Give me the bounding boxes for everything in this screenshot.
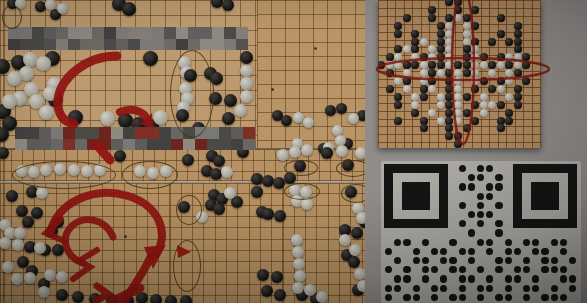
qr-module (477, 202, 484, 209)
white-stone (497, 61, 505, 69)
qr-module (551, 257, 558, 264)
white-stone (7, 71, 22, 86)
white-stone (420, 61, 428, 69)
black-stone (471, 22, 479, 30)
qr-module (523, 257, 530, 264)
black-stone (251, 186, 263, 198)
black-stone (386, 69, 394, 77)
black-stone (463, 53, 471, 61)
white-stone (437, 117, 445, 125)
qr-module (486, 211, 493, 218)
pen-ellipse (122, 161, 178, 189)
black-stone (514, 38, 522, 46)
qr-module (394, 285, 401, 292)
black-stone (454, 140, 462, 148)
white-stone (357, 280, 365, 292)
qr-module (569, 285, 576, 292)
white-stone (2, 94, 17, 109)
qr-module (551, 266, 558, 273)
white-stone (356, 212, 365, 224)
black-stone (420, 117, 428, 125)
qr-module (459, 285, 466, 292)
white-stone (420, 38, 428, 46)
black-stone (471, 101, 479, 109)
qr-module (495, 266, 502, 273)
qr-module (569, 275, 576, 282)
go-review-collage-screenshot (0, 0, 587, 303)
qr-module (532, 275, 539, 282)
qr-module (413, 285, 420, 292)
white-stone (14, 227, 26, 239)
black-stone (257, 269, 269, 281)
white-stone (294, 270, 306, 282)
qr-module (541, 248, 548, 255)
qr-module (477, 211, 484, 218)
white-stone (39, 105, 54, 120)
black-stone (514, 69, 522, 77)
black-stone (463, 124, 471, 132)
black-stone (505, 109, 513, 117)
qr-module (459, 165, 466, 172)
qr-module (486, 239, 493, 246)
black-stone (114, 150, 126, 162)
pen-ellipse (336, 160, 365, 177)
qr-module (431, 266, 438, 273)
black-stone (437, 61, 445, 69)
qr-module (541, 294, 548, 301)
black-stone (437, 38, 445, 46)
white-stone (224, 187, 236, 199)
qr-finder-pattern (513, 164, 577, 228)
black-stone (411, 30, 419, 38)
qr-module (486, 285, 493, 292)
white-stone (293, 112, 304, 123)
black-stone (6, 190, 18, 202)
black-stone (262, 208, 274, 220)
qr-module (495, 257, 502, 264)
black-stone (150, 294, 162, 303)
white-stone (43, 86, 58, 101)
white-stone (454, 14, 462, 22)
white-stone (291, 234, 303, 246)
white-stone (316, 291, 328, 303)
black-stone (213, 203, 225, 215)
black-stone (437, 30, 445, 38)
white-stone (332, 125, 343, 136)
black-stone (394, 101, 402, 109)
black-stone (403, 77, 411, 85)
white-stone (34, 242, 46, 254)
qr-module (459, 183, 466, 190)
qr-module (422, 266, 429, 273)
qr-module (551, 239, 558, 246)
black-stone (480, 53, 488, 61)
black-stone (505, 38, 513, 46)
black-stone (514, 101, 522, 109)
black-stone (514, 22, 522, 30)
qr-module (385, 248, 392, 255)
qr-module (422, 257, 429, 264)
black-stone (445, 117, 453, 125)
pen-ellipse (2, 5, 22, 29)
qr-module (505, 285, 512, 292)
black-stone (463, 93, 471, 101)
qr-module (523, 285, 530, 292)
black-stone (394, 117, 402, 125)
qr-module (505, 248, 512, 255)
qr-module (413, 257, 420, 264)
black-stone (325, 105, 336, 116)
black-stone (394, 93, 402, 101)
white-stone (454, 101, 462, 109)
black-stone (89, 293, 101, 303)
pen-ellipse (170, 50, 214, 138)
white-stone (445, 30, 453, 38)
black-stone (261, 285, 273, 297)
white-stone (354, 268, 365, 280)
black-stone (348, 256, 360, 268)
white-stone (355, 147, 365, 159)
black-stone (445, 109, 453, 117)
qr-module (560, 275, 567, 282)
white-stone (463, 30, 471, 38)
qr-module (551, 294, 558, 301)
black-stone (411, 109, 419, 117)
star-point (124, 235, 127, 238)
black-stone (497, 77, 505, 85)
qr-module (560, 266, 567, 273)
white-stone (514, 61, 522, 69)
qr-module (468, 248, 475, 255)
qr-module (495, 294, 502, 301)
white-stone (289, 146, 301, 158)
pen-ellipse (176, 195, 202, 225)
black-stone (22, 216, 34, 228)
qr-module (541, 257, 548, 264)
qr-module (422, 239, 429, 246)
white-stone (454, 93, 462, 101)
black-stone (463, 14, 471, 22)
black-stone (180, 295, 192, 303)
pen-ellipse (284, 183, 320, 200)
qr-module (394, 257, 401, 264)
black-stone (274, 289, 286, 301)
qr-module (449, 294, 456, 301)
qr-module (560, 248, 567, 255)
pen-ellipse (173, 240, 201, 292)
black-stone (463, 109, 471, 117)
black-stone (72, 291, 84, 303)
white-stone (240, 77, 253, 90)
qr-module (431, 294, 438, 301)
qr-module (403, 266, 410, 273)
black-stone (394, 30, 402, 38)
qr-module (560, 239, 567, 246)
white-stone (454, 117, 462, 125)
black-stone (471, 117, 479, 125)
white-stone (403, 85, 411, 93)
qr-module (569, 257, 576, 264)
black-stone (56, 289, 68, 301)
qr-module (477, 285, 484, 292)
black-stone (437, 22, 445, 30)
white-stone (428, 109, 436, 117)
white-stone (293, 258, 305, 270)
qr-module (440, 248, 447, 255)
black-stone (122, 295, 134, 303)
black-stone (274, 210, 286, 222)
qr-module (403, 294, 410, 301)
black-stone (514, 85, 522, 93)
qr-module (541, 266, 548, 273)
black-stone (488, 85, 496, 93)
black-stone (454, 6, 462, 14)
qr-module (523, 239, 530, 246)
qr-module (486, 165, 493, 172)
qr-module (468, 257, 475, 264)
qr-module (514, 248, 521, 255)
qr-module (486, 248, 493, 255)
qr-module (449, 257, 456, 264)
white-stone (45, 0, 56, 10)
white-stone (44, 269, 56, 281)
white-stone (411, 101, 419, 109)
main-go-board-collage (0, 0, 365, 303)
black-stone (0, 127, 9, 142)
white-stone (454, 77, 462, 85)
white-stone (2, 261, 14, 273)
qr-module (523, 266, 530, 273)
qr-module (505, 294, 512, 301)
qr-module (505, 275, 512, 282)
white-stone (301, 144, 313, 156)
white-stone (454, 109, 462, 117)
black-stone (463, 45, 471, 53)
pen-ellipse (284, 160, 318, 176)
white-stone (221, 166, 233, 178)
qr-module (477, 294, 484, 301)
black-stone (403, 14, 411, 22)
censor-mosaic-bar (15, 127, 263, 150)
qr-module (468, 211, 475, 218)
qr-module (431, 248, 438, 255)
white-stone (348, 113, 359, 124)
qr-module (495, 202, 502, 209)
qr-module (495, 183, 502, 190)
qr-code (381, 161, 581, 303)
black-stone (321, 147, 333, 159)
qr-finder-pattern (384, 164, 448, 228)
black-stone (497, 53, 505, 61)
qr-module (477, 193, 484, 200)
white-stone (497, 85, 505, 93)
black-stone (420, 93, 428, 101)
reference-go-board-19x19 (378, 0, 541, 148)
white-stone (454, 85, 462, 93)
qr-module (532, 285, 539, 292)
black-stone (136, 292, 148, 303)
qr-module (459, 202, 466, 209)
black-stone (240, 51, 253, 64)
qr-module (459, 220, 466, 227)
qr-module (505, 239, 512, 246)
qr-module (403, 275, 410, 282)
white-stone (403, 69, 411, 77)
qr-module (440, 257, 447, 264)
qr-module (431, 285, 438, 292)
black-stone (471, 6, 479, 14)
qr-module (459, 294, 466, 301)
black-stone (403, 61, 411, 69)
black-stone (165, 295, 177, 303)
qr-module (477, 220, 484, 227)
black-stone (505, 117, 513, 125)
qr-module (523, 294, 530, 301)
white-stone (454, 69, 462, 77)
white-stone (480, 61, 488, 69)
black-stone (386, 85, 394, 93)
white-stone (277, 149, 289, 161)
white-stone (153, 110, 168, 125)
white-stone (339, 234, 351, 246)
qr-module (468, 174, 475, 181)
qr-module (440, 275, 447, 282)
black-stone (271, 271, 283, 283)
black-stone (394, 22, 402, 30)
white-stone (292, 282, 304, 294)
qr-module (459, 275, 466, 282)
qr-module (468, 183, 475, 190)
white-stone (480, 93, 488, 101)
black-stone (514, 93, 522, 101)
black-stone (281, 115, 292, 126)
white-stone (234, 104, 247, 117)
white-stone (420, 77, 428, 85)
white-stone (480, 101, 488, 109)
qr-module (505, 257, 512, 264)
qr-module (486, 183, 493, 190)
black-stone (52, 244, 64, 256)
white-stone (471, 77, 479, 85)
censor-mosaic-bar (8, 27, 258, 50)
qr-module (468, 275, 475, 282)
black-stone (222, 112, 235, 125)
white-stone (488, 101, 496, 109)
qr-module (459, 266, 466, 273)
star-point (271, 88, 274, 91)
black-stone (35, 1, 46, 12)
black-stone (497, 14, 505, 22)
qr-module (477, 239, 484, 246)
white-stone (57, 3, 68, 14)
white-stone (386, 61, 394, 69)
white-stone (445, 38, 453, 46)
black-stone (68, 110, 83, 125)
black-stone (411, 38, 419, 46)
qr-module (449, 239, 456, 246)
black-stone (471, 38, 479, 46)
qr-module (532, 239, 539, 246)
black-stone (122, 2, 136, 16)
qr-module (394, 239, 401, 246)
qr-module (532, 248, 539, 255)
star-point (314, 47, 317, 50)
qr-module (385, 266, 392, 273)
white-stone (11, 273, 23, 285)
white-stone (304, 284, 316, 296)
black-stone (386, 53, 394, 61)
qr-module (422, 275, 429, 282)
black-stone (351, 227, 363, 239)
black-stone (514, 30, 522, 38)
white-stone (335, 135, 346, 146)
qr-module (449, 266, 456, 273)
qr-module (514, 266, 521, 273)
white-stone (411, 93, 419, 101)
white-stone (463, 38, 471, 46)
black-stone (463, 69, 471, 77)
black-stone (463, 61, 471, 69)
black-stone (0, 59, 10, 74)
qr-module (468, 229, 475, 236)
black-stone (480, 77, 488, 85)
white-stone (24, 272, 36, 284)
qr-module (403, 239, 410, 246)
qr-module (394, 275, 401, 282)
qr-module (413, 248, 420, 255)
black-stone (497, 117, 505, 125)
qr-module (477, 165, 484, 172)
white-stone (303, 117, 314, 128)
white-stone (240, 64, 253, 77)
qr-module (486, 193, 493, 200)
white-stone (38, 286, 50, 298)
black-stone (471, 85, 479, 93)
qr-module (477, 266, 484, 273)
black-stone (497, 101, 505, 109)
white-stone (36, 187, 48, 199)
black-stone (213, 155, 225, 167)
white-stone (36, 56, 51, 71)
qr-module (495, 229, 502, 236)
white-stone (240, 90, 253, 103)
qr-module (385, 294, 392, 301)
black-stone (46, 225, 58, 237)
qr-module (385, 285, 392, 292)
white-stone (349, 244, 361, 256)
qr-module (459, 248, 466, 255)
black-stone (488, 38, 496, 46)
qr-module (495, 220, 502, 227)
qr-module (486, 275, 493, 282)
black-stone (182, 154, 194, 166)
white-stone (336, 145, 348, 157)
white-stone (100, 111, 115, 126)
qr-module (514, 275, 521, 282)
white-stone (420, 69, 428, 77)
white-stone (480, 109, 488, 117)
black-stone (31, 207, 43, 219)
pen-ellipse (341, 184, 365, 203)
white-stone (437, 93, 445, 101)
black-stone (420, 85, 428, 93)
black-stone (336, 103, 347, 114)
white-stone (463, 22, 471, 30)
qr-module (495, 174, 502, 181)
black-stone (224, 94, 237, 107)
qr-module (440, 285, 447, 292)
black-stone (106, 294, 118, 303)
